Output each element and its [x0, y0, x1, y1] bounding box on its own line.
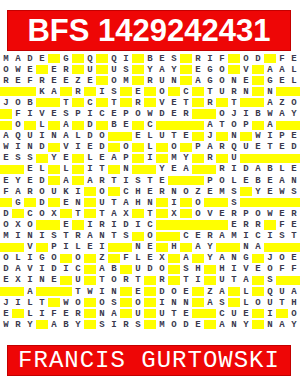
grid-cell-filler	[84, 275, 96, 286]
grid-cell-letter: Z	[192, 186, 204, 197]
grid-cell-filler	[204, 264, 216, 275]
grid-cell-letter: S	[132, 319, 144, 330]
grid-cell-letter: N	[228, 75, 240, 86]
grid-cell-letter: C	[180, 86, 192, 97]
grid-cell-letter: N	[240, 242, 252, 253]
grid-cell-letter: B	[252, 108, 264, 119]
grid-cell-filler	[192, 175, 204, 186]
grid-cell-letter: E	[48, 64, 60, 75]
grid-cell-filler	[156, 219, 168, 230]
grid-cell-letter: I	[144, 153, 156, 164]
grid-cell-letter: W	[84, 286, 96, 297]
grid-cell-letter: R	[72, 86, 84, 97]
grid-cell-letter: T	[204, 86, 216, 97]
grid-cell-letter: O	[72, 253, 84, 264]
grid-cell-letter: E	[36, 53, 48, 64]
grid-cell-letter: D	[0, 264, 12, 275]
grid-cell-filler	[240, 186, 252, 197]
grid-cell-letter: V	[36, 108, 48, 119]
grid-cell-letter: A	[180, 253, 192, 264]
grid-cell-letter: Y	[72, 319, 84, 330]
grid-cell-filler	[72, 219, 84, 230]
grid-cell-letter: G	[240, 253, 252, 264]
grid-cell-letter: A	[204, 120, 216, 131]
grid-cell-letter: J	[0, 297, 12, 308]
grid-cell-letter: A	[240, 275, 252, 286]
grid-cell-letter: O	[24, 219, 36, 230]
grid-cell-filler	[180, 120, 192, 131]
grid-cell-letter: T	[96, 275, 108, 286]
grid-cell-letter: N	[168, 75, 180, 86]
grid-cell-letter: A	[264, 64, 276, 75]
grid-cell-letter: H	[288, 297, 300, 308]
grid-cell-letter: L	[240, 297, 252, 308]
grid-cell-letter: E	[132, 86, 144, 97]
title-banner: BFS 1429242431	[7, 10, 291, 51]
grid-cell-letter: I	[96, 242, 108, 253]
grid-cell-letter: E	[132, 131, 144, 142]
grid-cell-letter: X	[12, 219, 24, 230]
grid-cell-filler	[84, 208, 96, 219]
puzzle-grid: MADEGQQIBESRIFODFEOWEERUUSYAYEGOVAALREFR…	[0, 53, 300, 330]
grid-cell-letter: C	[144, 120, 156, 131]
grid-cell-filler	[72, 175, 84, 186]
grid-cell-filler	[204, 319, 216, 330]
grid-cell-letter: T	[132, 275, 144, 286]
grid-cell-filler	[228, 297, 240, 308]
grid-cell-letter: O	[96, 186, 108, 197]
grid-cell-letter: I	[12, 297, 24, 308]
grid-cell-letter: E	[144, 242, 156, 253]
author-name: FRANCIS GURTOWSKI	[18, 347, 280, 374]
grid-cell-letter: H	[216, 264, 228, 275]
grid-cell-letter: A	[108, 308, 120, 319]
grid-cell-letter: O	[168, 142, 180, 153]
grid-cell-letter: O	[0, 64, 12, 75]
grid-cell-letter: R	[120, 275, 132, 286]
grid-cell-letter: E	[180, 286, 192, 297]
grid-cell-letter: U	[156, 131, 168, 142]
grid-cell-letter: I	[84, 164, 96, 175]
grid-cell-letter: O	[228, 120, 240, 131]
grid-cell-letter: A	[252, 242, 264, 253]
grid-cell-letter: I	[60, 242, 72, 253]
grid-cell-letter: A	[108, 153, 120, 164]
grid-cell-letter: T	[180, 97, 192, 108]
grid-cell-letter: T	[108, 197, 120, 208]
grid-cell-letter: O	[72, 297, 84, 308]
grid-cell-filler	[192, 286, 204, 297]
grid-cell-filler	[276, 197, 288, 208]
grid-cell-filler	[168, 253, 180, 264]
grid-cell-letter: F	[48, 308, 60, 319]
grid-cell-letter: S	[264, 275, 276, 286]
grid-cell-letter: E	[288, 164, 300, 175]
grid-cell-letter: J	[228, 108, 240, 119]
grid-cell-letter: R	[204, 97, 216, 108]
grid-cell-letter: P	[48, 242, 60, 253]
grid-cell-filler	[216, 153, 228, 164]
grid-cell-letter: W	[0, 142, 12, 153]
grid-cell-letter: Y	[252, 186, 264, 197]
grid-cell-letter: R	[96, 175, 108, 186]
grid-cell-filler	[36, 242, 48, 253]
grid-cell-letter: R	[0, 75, 12, 86]
grid-cell-filler	[168, 275, 180, 286]
grid-cell-letter: T	[168, 131, 180, 142]
grid-cell-letter: L	[240, 286, 252, 297]
grid-cell-letter: P	[204, 175, 216, 186]
grid-cell-letter: R	[180, 108, 192, 119]
grid-cell-filler	[192, 97, 204, 108]
grid-cell-letter: N	[228, 131, 240, 142]
grid-cell-letter: I	[132, 219, 144, 230]
grid-cell-letter: E	[108, 108, 120, 119]
grid-cell-letter: S	[60, 108, 72, 119]
grid-cell-letter: F	[24, 75, 36, 86]
grid-cell-filler	[240, 97, 252, 108]
grid-cell-letter: O	[192, 208, 204, 219]
grid-cell-filler	[264, 53, 276, 64]
grid-cell-letter: O	[168, 319, 180, 330]
grid-cell-letter: C	[72, 264, 84, 275]
grid-cell-letter: Z	[204, 286, 216, 297]
grid-cell-letter: T	[264, 142, 276, 153]
grid-cell-filler	[252, 120, 264, 131]
grid-cell-letter: I	[60, 264, 72, 275]
grid-cell-letter: R	[204, 153, 216, 164]
grid-cell-filler	[12, 164, 24, 175]
grid-cell-letter: L	[72, 242, 84, 253]
grid-cell-filler	[48, 286, 60, 297]
grid-cell-filler	[12, 86, 24, 97]
grid-cell-letter: D	[240, 164, 252, 175]
grid-cell-filler	[264, 153, 276, 164]
grid-cell-letter: I	[228, 164, 240, 175]
grid-cell-letter: N	[168, 186, 180, 197]
grid-cell-letter: L	[60, 164, 72, 175]
grid-cell-filler	[96, 120, 108, 131]
grid-cell-filler	[0, 242, 12, 253]
grid-cell-letter: A	[288, 286, 300, 297]
grid-cell-letter: I	[12, 231, 24, 242]
grid-cell-filler	[192, 131, 204, 142]
grid-cell-letter: A	[108, 208, 120, 219]
grid-cell-letter: A	[192, 75, 204, 86]
grid-cell-letter: O	[132, 297, 144, 308]
grid-cell-filler	[0, 108, 12, 119]
grid-cell-letter: R	[216, 142, 228, 153]
grid-cell-letter: A	[276, 175, 288, 186]
grid-cell-letter: E	[144, 253, 156, 264]
grid-cell-letter: X	[156, 253, 168, 264]
grid-cell-letter: C	[144, 219, 156, 230]
grid-cell-letter: I	[264, 131, 276, 142]
grid-cell-filler	[156, 242, 168, 253]
grid-cell-letter: I	[96, 86, 108, 97]
grid-cell-letter: U	[72, 275, 84, 286]
grid-cell-filler	[84, 308, 96, 319]
grid-cell-letter: Y	[12, 175, 24, 186]
grid-cell-letter: A	[60, 175, 72, 186]
grid-cell-letter: P	[120, 108, 132, 119]
grid-cell-letter: E	[24, 175, 36, 186]
grid-cell-filler	[12, 308, 24, 319]
grid-cell-filler	[48, 175, 60, 186]
grid-cell-filler	[108, 142, 120, 153]
grid-cell-letter: S	[228, 197, 240, 208]
grid-cell-filler	[132, 208, 144, 219]
grid-cell-letter: Q	[228, 142, 240, 153]
grid-cell-letter: T	[228, 97, 240, 108]
grid-cell-filler	[252, 286, 264, 297]
grid-cell-letter: A	[120, 197, 132, 208]
grid-cell-letter: X	[12, 275, 24, 286]
grid-cell-letter: W	[252, 131, 264, 142]
grid-cell-letter: D	[36, 142, 48, 153]
grid-cell-filler	[180, 75, 192, 86]
grid-cell-letter: F	[120, 253, 132, 264]
grid-cell-letter: R	[252, 219, 264, 230]
book-cover: BFS 1429242431 MADEGQQIBESRIFODFEOWEERUU…	[0, 0, 300, 388]
grid-cell-letter: O	[156, 86, 168, 97]
grid-cell-letter: J	[0, 97, 12, 108]
grid-cell-filler	[180, 64, 192, 75]
grid-cell-filler	[120, 286, 132, 297]
grid-cell-filler	[144, 97, 156, 108]
grid-cell-letter: E	[288, 219, 300, 230]
grid-cell-filler	[144, 164, 156, 175]
grid-cell-letter: R	[60, 64, 72, 75]
grid-cell-filler	[84, 186, 96, 197]
grid-cell-filler	[264, 219, 276, 230]
grid-cell-letter: O	[240, 53, 252, 64]
grid-cell-letter: E	[48, 275, 60, 286]
grid-cell-letter: E	[156, 175, 168, 186]
grid-cell-letter: B	[252, 175, 264, 186]
grid-cell-letter: D	[144, 264, 156, 275]
grid-cell-letter: A	[276, 108, 288, 119]
grid-cell-letter: B	[24, 97, 36, 108]
grid-cell-letter: E	[60, 197, 72, 208]
grid-cell-letter: B	[60, 319, 72, 330]
grid-cell-letter: E	[24, 164, 36, 175]
grid-cell-letter: I	[72, 142, 84, 153]
grid-cell-filler	[276, 153, 288, 164]
grid-cell-letter: E	[48, 108, 60, 119]
grid-cell-letter: I	[264, 231, 276, 242]
author-banner: FRANCIS GURTOWSKI	[7, 345, 291, 376]
grid-cell-letter: E	[204, 186, 216, 197]
grid-cell-letter: A	[276, 64, 288, 75]
grid-cell-letter: B	[144, 53, 156, 64]
grid-cell-letter: T	[60, 97, 72, 108]
grid-cell-letter: E	[0, 153, 12, 164]
grid-cell-letter: E	[84, 242, 96, 253]
grid-cell-letter: M	[156, 319, 168, 330]
grid-cell-filler	[252, 153, 264, 164]
grid-cell-letter: A	[0, 131, 12, 142]
grid-cell-filler	[132, 142, 144, 153]
grid-cell-letter: D	[36, 175, 48, 186]
grid-cell-letter: R	[204, 231, 216, 242]
grid-cell-letter: T	[108, 231, 120, 242]
grid-cell-letter: E	[24, 64, 36, 75]
grid-cell-letter: E	[60, 219, 72, 230]
grid-cell-letter: N	[24, 231, 36, 242]
grid-cell-filler	[132, 164, 144, 175]
grid-cell-filler	[252, 319, 264, 330]
grid-cell-letter: B	[108, 264, 120, 275]
grid-cell-letter: S	[108, 86, 120, 97]
grid-cell-letter: W	[0, 319, 12, 330]
grid-cell-letter: P	[120, 153, 132, 164]
grid-cell-letter: T	[60, 231, 72, 242]
grid-cell-letter: E	[276, 75, 288, 86]
grid-cell-letter: N	[96, 308, 108, 319]
grid-cell-letter: E	[60, 308, 72, 319]
grid-cell-letter: C	[24, 208, 36, 219]
grid-cell-letter: V	[240, 64, 252, 75]
grid-cell-letter: I	[24, 253, 36, 264]
grid-cell-filler	[288, 120, 300, 131]
grid-cell-letter: W	[276, 186, 288, 197]
grid-cell-letter: V	[204, 208, 216, 219]
grid-cell-filler	[132, 153, 144, 164]
grid-cell-letter: F	[216, 53, 228, 64]
grid-cell-letter: R	[240, 219, 252, 230]
grid-cell-letter: I	[36, 131, 48, 142]
grid-cell-letter: E	[240, 175, 252, 186]
grid-cell-letter: R	[12, 319, 24, 330]
grid-cell-letter: S	[132, 175, 144, 186]
grid-cell-letter: F	[276, 53, 288, 64]
grid-cell-letter: I	[228, 264, 240, 275]
grid-cell-filler	[144, 297, 156, 308]
grid-cell-letter: D	[180, 319, 192, 330]
grid-cell-letter: E	[0, 175, 12, 186]
grid-cell-letter: V	[156, 97, 168, 108]
grid-cell-letter: E	[252, 142, 264, 153]
grid-cell-letter: E	[192, 319, 204, 330]
grid-cell-filler	[36, 319, 48, 330]
grid-cell-letter: R	[156, 186, 168, 197]
grid-cell-letter: S	[288, 186, 300, 197]
grid-cell-filler	[48, 197, 60, 208]
grid-cell-letter: I	[168, 197, 180, 208]
grid-cell-letter: O	[108, 275, 120, 286]
grid-cell-letter: E	[144, 186, 156, 197]
grid-cell-letter: I	[120, 53, 132, 64]
grid-cell-filler	[192, 219, 204, 230]
grid-cell-filler	[192, 164, 204, 175]
grid-cell-letter: E	[0, 308, 12, 319]
grid-cell-filler	[108, 242, 120, 253]
grid-cell-letter: A	[96, 264, 108, 275]
grid-cell-letter: O	[216, 175, 228, 186]
grid-cell-filler	[132, 53, 144, 64]
grid-cell-letter: R	[288, 208, 300, 219]
grid-cell-filler	[96, 75, 108, 86]
grid-cell-filler	[12, 242, 24, 253]
grid-cell-letter: L	[144, 131, 156, 142]
grid-cell-letter: A	[60, 131, 72, 142]
grid-cell-letter: L	[24, 297, 36, 308]
grid-cell-letter: I	[240, 231, 252, 242]
grid-cell-letter: O	[36, 186, 48, 197]
grid-cell-filler	[288, 153, 300, 164]
grid-cell-filler	[192, 153, 204, 164]
grid-cell-letter: R	[72, 231, 84, 242]
grid-cell-filler	[228, 242, 240, 253]
grid-cell-filler	[120, 297, 132, 308]
grid-cell-letter: U	[228, 153, 240, 164]
grid-cell-filler	[132, 120, 144, 131]
grid-cell-letter: L	[84, 153, 96, 164]
grid-cell-letter: W	[264, 208, 276, 219]
grid-cell-letter: K	[60, 186, 72, 197]
grid-cell-letter: O	[108, 75, 120, 86]
grid-cell-letter: Y	[240, 319, 252, 330]
grid-cell-letter: M	[168, 153, 180, 164]
grid-cell-letter: I	[36, 264, 48, 275]
grid-cell-letter: O	[36, 208, 48, 219]
grid-cell-letter: S	[120, 64, 132, 75]
grid-cell-letter: G	[204, 64, 216, 75]
grid-cell-letter: L	[288, 75, 300, 86]
grid-cell-letter: E	[180, 131, 192, 142]
grid-cell-letter: O	[0, 253, 12, 264]
grid-cell-letter: P	[276, 131, 288, 142]
grid-cell-letter: A	[60, 120, 72, 131]
grid-cell-letter: P	[192, 142, 204, 153]
grid-cell-letter: O	[144, 231, 156, 242]
grid-cell-letter: T	[276, 297, 288, 308]
grid-cell-letter: O	[120, 142, 132, 153]
grid-cell-letter: E	[276, 208, 288, 219]
grid-cell-letter: O	[132, 108, 144, 119]
grid-cell-letter: C	[96, 108, 108, 119]
grid-cell-letter: S	[180, 264, 192, 275]
grid-cell-letter: C	[120, 186, 132, 197]
grid-cell-filler	[288, 275, 300, 286]
grid-cell-letter: Y	[288, 319, 300, 330]
grid-cell-filler	[144, 319, 156, 330]
grid-cell-filler	[108, 164, 120, 175]
grid-cell-filler	[48, 164, 60, 175]
grid-cell-letter: T	[36, 297, 48, 308]
grid-cell-letter: R	[24, 186, 36, 197]
grid-cell-letter: Y	[204, 242, 216, 253]
grid-cell-letter: E	[120, 120, 132, 131]
grid-cell-letter: I	[36, 308, 48, 319]
grid-cell-filler	[108, 186, 120, 197]
grid-cell-letter: U	[48, 186, 60, 197]
grid-cell-letter: Y	[168, 64, 180, 75]
grid-cell-filler	[84, 253, 96, 264]
grid-cell-letter: Y	[204, 253, 216, 264]
grid-cell-letter: H	[168, 242, 180, 253]
grid-cell-letter: D	[84, 131, 96, 142]
grid-cell-filler	[180, 197, 192, 208]
grid-cell-letter: U	[264, 297, 276, 308]
grid-cell-letter: F	[12, 108, 24, 119]
grid-cell-letter: O	[12, 97, 24, 108]
grid-cell-letter: V	[24, 242, 36, 253]
grid-cell-filler	[84, 319, 96, 330]
grid-cell-letter: T	[144, 208, 156, 219]
grid-cell-filler	[192, 297, 204, 308]
